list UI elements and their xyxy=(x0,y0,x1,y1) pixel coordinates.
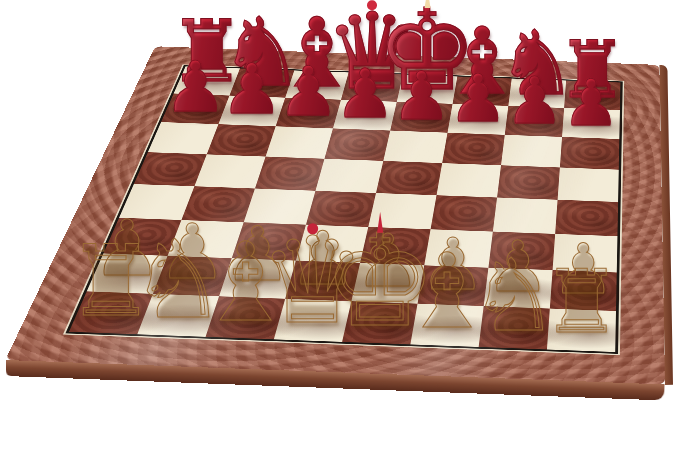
piece-red-pawn-g7: ♟ xyxy=(505,69,563,134)
king-finial-spike xyxy=(424,0,430,8)
piece-red-pawn-f7: ♟ xyxy=(448,66,507,132)
chess-set-photo: ♜♞♝♛♚♝♞♜♟♟♟♟♟♟♟♟♟♟♟♟♟♟♟♟♜♞♝♛♚♝♞♜ xyxy=(0,0,700,456)
piece-red-pawn-h7: ♟ xyxy=(562,72,619,136)
piece-red-pawn-d7: ♟ xyxy=(335,60,395,127)
pieces-layer: ♜♞♝♛♚♝♞♜♟♟♟♟♟♟♟♟♟♟♟♟♟♟♟♟♜♞♝♛♚♝♞♜ xyxy=(0,0,700,456)
piece-natural-rook-h1: ♜ xyxy=(542,259,621,347)
queen-finial-ball xyxy=(367,0,376,9)
piece-red-pawn-b7: ♟ xyxy=(221,54,283,123)
piece-red-pawn-a7: ♟ xyxy=(164,52,227,122)
piece-red-pawn-e7: ♟ xyxy=(392,63,452,130)
queen-finial-ball xyxy=(307,223,318,234)
king-finial-spike xyxy=(377,211,383,232)
piece-red-pawn-c7: ♟ xyxy=(278,57,339,125)
